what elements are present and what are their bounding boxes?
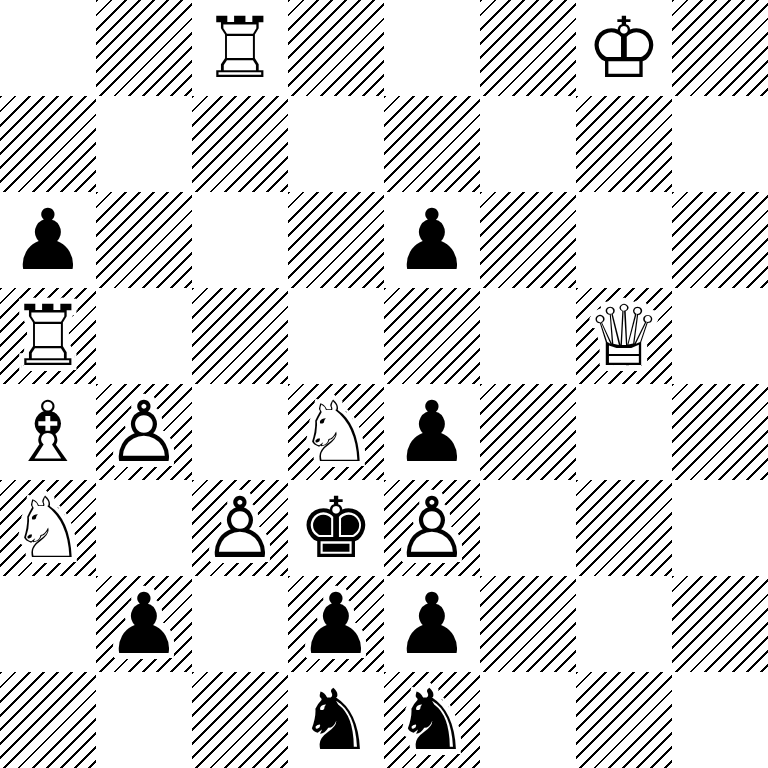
square-d7[interactable] [288, 96, 384, 192]
square-a1[interactable] [0, 672, 96, 768]
square-c8[interactable] [192, 0, 288, 96]
square-h5[interactable] [672, 288, 768, 384]
piece-black-pawn[interactable] [384, 576, 480, 672]
piece-black-king[interactable] [288, 480, 384, 576]
piece-white-bishop[interactable] [0, 384, 96, 480]
square-b4[interactable] [96, 384, 192, 480]
square-g7[interactable] [576, 96, 672, 192]
piece-black-pawn[interactable] [384, 384, 480, 480]
square-h7[interactable] [672, 96, 768, 192]
piece-white-pawn[interactable] [384, 480, 480, 576]
square-a2[interactable] [0, 576, 96, 672]
square-e6[interactable] [384, 192, 480, 288]
square-a5[interactable] [0, 288, 96, 384]
square-f8[interactable] [480, 0, 576, 96]
piece-black-pawn[interactable] [384, 192, 480, 288]
square-e3[interactable] [384, 480, 480, 576]
square-f2[interactable] [480, 576, 576, 672]
piece-black-knight[interactable] [288, 672, 384, 768]
square-f1[interactable] [480, 672, 576, 768]
square-g3[interactable] [576, 480, 672, 576]
square-g8[interactable] [576, 0, 672, 96]
square-e2[interactable] [384, 576, 480, 672]
square-g1[interactable] [576, 672, 672, 768]
square-f4[interactable] [480, 384, 576, 480]
square-h8[interactable] [672, 0, 768, 96]
square-b1[interactable] [96, 672, 192, 768]
square-c7[interactable] [192, 96, 288, 192]
square-e5[interactable] [384, 288, 480, 384]
square-h6[interactable] [672, 192, 768, 288]
square-d2[interactable] [288, 576, 384, 672]
square-d4[interactable] [288, 384, 384, 480]
square-h3[interactable] [672, 480, 768, 576]
square-h1[interactable] [672, 672, 768, 768]
square-b3[interactable] [96, 480, 192, 576]
square-b7[interactable] [96, 96, 192, 192]
square-d5[interactable] [288, 288, 384, 384]
piece-white-pawn[interactable] [192, 480, 288, 576]
piece-black-pawn[interactable] [0, 192, 96, 288]
piece-black-pawn[interactable] [288, 576, 384, 672]
piece-black-knight[interactable] [384, 672, 480, 768]
square-a3[interactable] [0, 480, 96, 576]
square-a7[interactable] [0, 96, 96, 192]
square-c5[interactable] [192, 288, 288, 384]
square-f7[interactable] [480, 96, 576, 192]
square-f5[interactable] [480, 288, 576, 384]
square-c4[interactable] [192, 384, 288, 480]
square-e4[interactable] [384, 384, 480, 480]
square-c1[interactable] [192, 672, 288, 768]
square-b6[interactable] [96, 192, 192, 288]
chess-board [0, 0, 768, 768]
square-b8[interactable] [96, 0, 192, 96]
piece-white-knight[interactable] [0, 480, 96, 576]
square-g6[interactable] [576, 192, 672, 288]
square-c3[interactable] [192, 480, 288, 576]
square-a4[interactable] [0, 384, 96, 480]
square-d1[interactable] [288, 672, 384, 768]
square-a6[interactable] [0, 192, 96, 288]
square-g2[interactable] [576, 576, 672, 672]
piece-white-king[interactable] [576, 0, 672, 96]
piece-white-pawn[interactable] [96, 384, 192, 480]
square-d6[interactable] [288, 192, 384, 288]
square-f3[interactable] [480, 480, 576, 576]
square-e7[interactable] [384, 96, 480, 192]
square-a8[interactable] [0, 0, 96, 96]
square-f6[interactable] [480, 192, 576, 288]
square-d8[interactable] [288, 0, 384, 96]
square-g5[interactable] [576, 288, 672, 384]
piece-black-pawn[interactable] [96, 576, 192, 672]
square-d3[interactable] [288, 480, 384, 576]
square-g4[interactable] [576, 384, 672, 480]
square-e8[interactable] [384, 0, 480, 96]
square-b5[interactable] [96, 288, 192, 384]
piece-white-rook[interactable] [192, 0, 288, 96]
square-h2[interactable] [672, 576, 768, 672]
square-h4[interactable] [672, 384, 768, 480]
piece-white-queen[interactable] [576, 288, 672, 384]
piece-white-knight[interactable] [288, 384, 384, 480]
piece-white-rook[interactable] [0, 288, 96, 384]
square-c2[interactable] [192, 576, 288, 672]
square-c6[interactable] [192, 192, 288, 288]
square-e1[interactable] [384, 672, 480, 768]
square-b2[interactable] [96, 576, 192, 672]
